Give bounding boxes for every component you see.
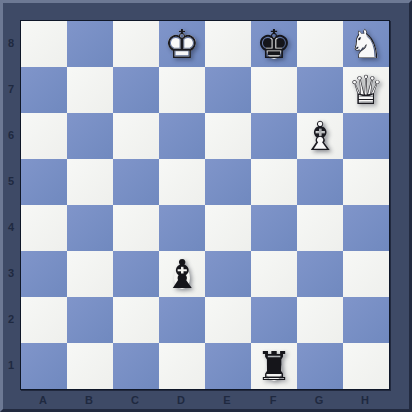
square-h2[interactable]: [343, 297, 389, 343]
square-b5[interactable]: [67, 159, 113, 205]
square-c8[interactable]: [113, 21, 159, 67]
file-label-d: D: [158, 391, 204, 409]
white-knight[interactable]: ♞♘: [343, 21, 389, 67]
square-g2[interactable]: [297, 297, 343, 343]
square-h8[interactable]: ♞♘: [343, 21, 389, 67]
square-g3[interactable]: [297, 251, 343, 297]
file-label-c: C: [112, 391, 158, 409]
square-c1[interactable]: [113, 343, 159, 389]
square-f1[interactable]: ♜: [251, 343, 297, 389]
square-c4[interactable]: [113, 205, 159, 251]
square-h3[interactable]: [343, 251, 389, 297]
rank-label-7: 7: [3, 66, 19, 112]
black-king[interactable]: ♚: [251, 21, 297, 67]
knight-outline: ♘: [343, 21, 389, 67]
file-label-f: F: [250, 391, 296, 409]
square-a5[interactable]: [21, 159, 67, 205]
square-f5[interactable]: [251, 159, 297, 205]
square-d3[interactable]: ♝: [159, 251, 205, 297]
square-d4[interactable]: [159, 205, 205, 251]
square-a7[interactable]: [21, 67, 67, 113]
square-c3[interactable]: [113, 251, 159, 297]
chess-board: ♚♔♚♞♘♛♕♝♗♝♜: [20, 20, 390, 390]
black-rook[interactable]: ♜: [251, 343, 297, 389]
square-g8[interactable]: [297, 21, 343, 67]
square-a3[interactable]: [21, 251, 67, 297]
square-g4[interactable]: [297, 205, 343, 251]
square-e4[interactable]: [205, 205, 251, 251]
square-g6[interactable]: ♝♗: [297, 113, 343, 159]
square-b2[interactable]: [67, 297, 113, 343]
square-c7[interactable]: [113, 67, 159, 113]
square-e1[interactable]: [205, 343, 251, 389]
white-bishop[interactable]: ♝♗: [297, 113, 343, 159]
square-g5[interactable]: [297, 159, 343, 205]
square-d1[interactable]: [159, 343, 205, 389]
square-h6[interactable]: [343, 113, 389, 159]
rank-label-8: 8: [3, 20, 19, 66]
queen-outline: ♕: [343, 67, 389, 113]
square-e8[interactable]: [205, 21, 251, 67]
rank-label-2: 2: [3, 296, 19, 342]
square-d6[interactable]: [159, 113, 205, 159]
square-f3[interactable]: [251, 251, 297, 297]
square-e5[interactable]: [205, 159, 251, 205]
square-c5[interactable]: [113, 159, 159, 205]
square-a8[interactable]: [21, 21, 67, 67]
file-label-h: H: [342, 391, 388, 409]
square-f7[interactable]: [251, 67, 297, 113]
white-king[interactable]: ♚♔: [159, 21, 205, 67]
square-a1[interactable]: [21, 343, 67, 389]
square-f2[interactable]: [251, 297, 297, 343]
square-g7[interactable]: [297, 67, 343, 113]
square-f8[interactable]: ♚: [251, 21, 297, 67]
square-b3[interactable]: [67, 251, 113, 297]
rank-label-3: 3: [3, 250, 19, 296]
square-e7[interactable]: [205, 67, 251, 113]
square-d2[interactable]: [159, 297, 205, 343]
bishop-outline: ♗: [297, 113, 343, 159]
square-h4[interactable]: [343, 205, 389, 251]
rank-label-6: 6: [3, 112, 19, 158]
square-c6[interactable]: [113, 113, 159, 159]
file-label-b: B: [66, 391, 112, 409]
square-f6[interactable]: [251, 113, 297, 159]
file-label-g: G: [296, 391, 342, 409]
square-e3[interactable]: [205, 251, 251, 297]
chess-diagram: ♚♔♚♞♘♛♕♝♗♝♜ 87654321ABCDEFGH: [0, 0, 412, 412]
square-d5[interactable]: [159, 159, 205, 205]
square-d7[interactable]: [159, 67, 205, 113]
square-h5[interactable]: [343, 159, 389, 205]
square-c2[interactable]: [113, 297, 159, 343]
king-outline: ♔: [159, 21, 205, 67]
rank-label-1: 1: [3, 342, 19, 388]
square-a2[interactable]: [21, 297, 67, 343]
square-a6[interactable]: [21, 113, 67, 159]
square-f4[interactable]: [251, 205, 297, 251]
black-bishop[interactable]: ♝: [159, 251, 205, 297]
square-e6[interactable]: [205, 113, 251, 159]
square-h7[interactable]: ♛♕: [343, 67, 389, 113]
square-b8[interactable]: [67, 21, 113, 67]
square-a4[interactable]: [21, 205, 67, 251]
square-b4[interactable]: [67, 205, 113, 251]
bishop-glyph: ♝: [159, 251, 205, 297]
file-label-e: E: [204, 391, 250, 409]
square-b6[interactable]: [67, 113, 113, 159]
square-d8[interactable]: ♚♔: [159, 21, 205, 67]
rank-label-4: 4: [3, 204, 19, 250]
file-label-a: A: [20, 391, 66, 409]
rank-label-5: 5: [3, 158, 19, 204]
square-g1[interactable]: [297, 343, 343, 389]
square-b7[interactable]: [67, 67, 113, 113]
square-e2[interactable]: [205, 297, 251, 343]
king-glyph: ♚: [251, 21, 297, 67]
square-b1[interactable]: [67, 343, 113, 389]
rook-glyph: ♜: [251, 343, 297, 389]
square-h1[interactable]: [343, 343, 389, 389]
white-queen[interactable]: ♛♕: [343, 67, 389, 113]
